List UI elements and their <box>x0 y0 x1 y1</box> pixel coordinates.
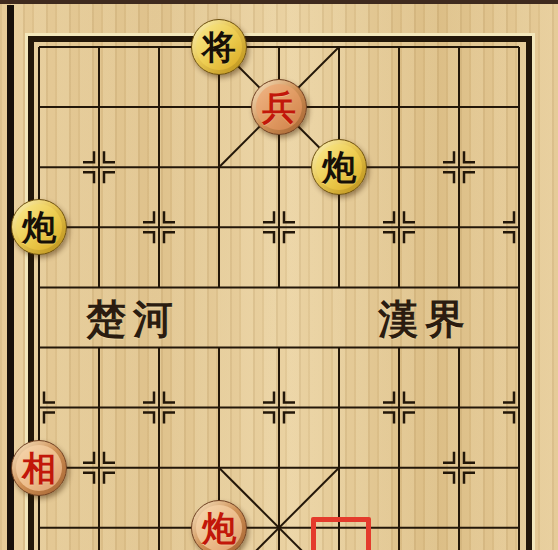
piece-face: 相 <box>16 445 62 491</box>
piece-black-general[interactable]: 将 <box>191 19 247 75</box>
piece-character: 将 <box>202 30 236 64</box>
piece-face: 将 <box>196 24 242 70</box>
piece-face: 兵 <box>256 84 302 130</box>
piece-character: 相 <box>22 451 56 485</box>
piece-face: 炮 <box>16 204 62 250</box>
river-label-han-jie: 漢界 <box>378 299 472 339</box>
piece-face: 炮 <box>316 144 362 190</box>
last-move-highlight <box>311 517 371 550</box>
xiangqi-board: 楚河 漢界 将兵炮炮相炮 <box>0 0 558 550</box>
piece-red-cannon[interactable]: 炮 <box>191 500 247 550</box>
piece-red-elephant[interactable]: 相 <box>11 440 67 496</box>
piece-character: 炮 <box>322 150 356 184</box>
top-frame-border <box>0 0 558 4</box>
piece-black-cannon[interactable]: 炮 <box>311 139 367 195</box>
piece-character: 兵 <box>262 90 296 124</box>
piece-face: 炮 <box>196 505 242 550</box>
piece-character: 炮 <box>202 511 236 545</box>
piece-black-cannon[interactable]: 炮 <box>11 199 67 255</box>
piece-character: 炮 <box>22 210 56 244</box>
piece-red-soldier[interactable]: 兵 <box>251 79 307 135</box>
river-label-chu-he: 楚河 <box>86 299 180 339</box>
